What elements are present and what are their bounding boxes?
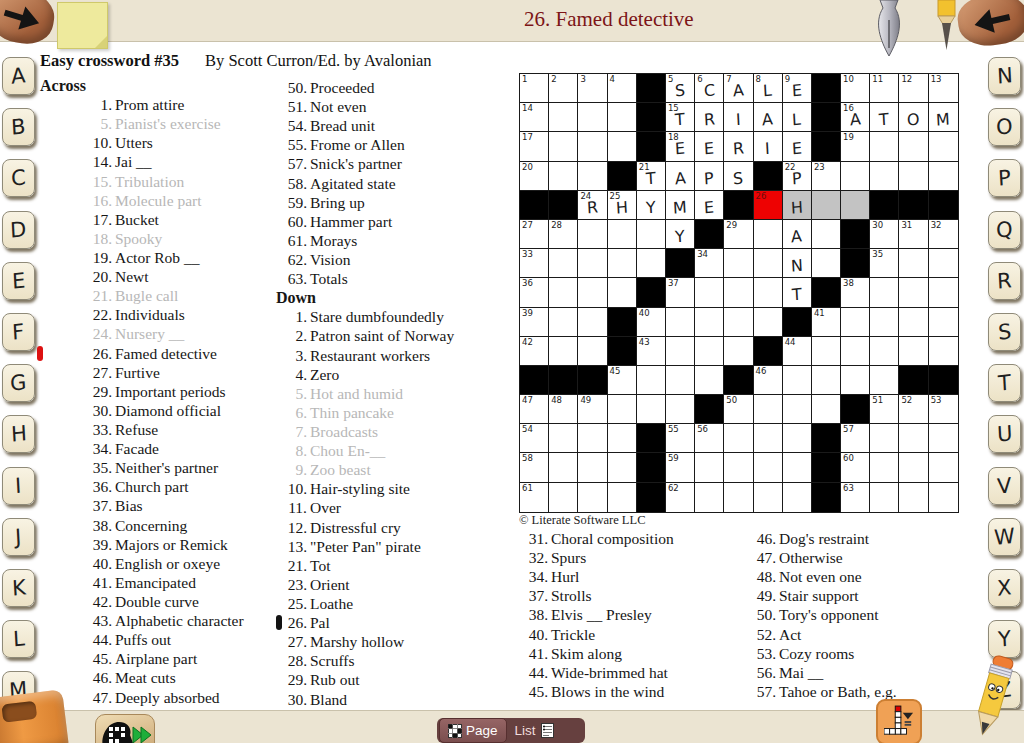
cell-r9c14[interactable] <box>899 308 928 337</box>
cell-r2c7[interactable]: R <box>695 103 724 132</box>
clue-34[interactable]: 34.Hurl <box>520 567 746 586</box>
cell-r12c15[interactable]: 53 <box>929 395 958 424</box>
cell-r12c8[interactable]: 50 <box>724 395 753 424</box>
cell-r11c6[interactable] <box>666 366 695 395</box>
clue-4[interactable]: 4.Zero <box>258 365 506 384</box>
cell-r10c8[interactable] <box>724 337 753 366</box>
cell-r11c9[interactable]: 46 <box>754 366 783 395</box>
cell-r8c6[interactable]: 37 <box>666 278 695 307</box>
clue-21[interactable]: 21.Tot <box>258 556 506 575</box>
cell-r15c10[interactable] <box>783 483 812 512</box>
cell-r7c9[interactable] <box>754 249 783 278</box>
clue-50[interactable]: 50.Proceeded <box>258 78 506 97</box>
letter-key-Q[interactable]: Q <box>988 211 1021 249</box>
cell-r1c10[interactable]: 9E <box>783 74 812 103</box>
cell-r11c10[interactable] <box>783 366 812 395</box>
cell-r13c1[interactable]: 54 <box>520 424 549 453</box>
cell-r9c2[interactable] <box>549 308 578 337</box>
cell-r3c12[interactable]: 19 <box>841 132 870 161</box>
clue-33[interactable]: 33.Refuse <box>36 420 282 439</box>
clue-28[interactable]: 28.Scruffs <box>258 651 506 670</box>
letter-key-U[interactable]: U <box>988 415 1021 453</box>
cell-r3c10[interactable]: E <box>783 132 812 161</box>
cell-r14c1[interactable]: 58 <box>520 453 549 482</box>
cell-r13c7[interactable]: 56 <box>695 424 724 453</box>
cell-r14c14[interactable] <box>899 453 928 482</box>
clue-9[interactable]: 9.Zoo beast <box>258 460 506 479</box>
letter-key-D[interactable]: D <box>2 211 35 249</box>
cell-r7c3[interactable] <box>578 249 607 278</box>
cell-r6c10[interactable]: A <box>783 220 812 249</box>
cell-r6c13[interactable]: 30 <box>870 220 899 249</box>
cell-r10c15[interactable] <box>929 337 958 366</box>
cell-r6c15[interactable]: 32 <box>929 220 958 249</box>
clue-42[interactable]: 42.Double curve <box>36 592 282 611</box>
cell-r6c4[interactable] <box>608 220 637 249</box>
cell-r1c12[interactable]: 10 <box>841 74 870 103</box>
cell-r15c14[interactable] <box>899 483 928 512</box>
clue-47[interactable]: 47.Deeply absorbed <box>36 688 282 707</box>
cell-r12c11[interactable] <box>812 395 841 424</box>
cell-r8c10[interactable]: T <box>783 278 812 307</box>
letter-key-W[interactable]: W <box>988 518 1021 556</box>
cell-r1c14[interactable]: 12 <box>899 74 928 103</box>
cell-r7c1[interactable]: 33 <box>520 249 549 278</box>
cell-r11c4[interactable]: 45 <box>608 366 637 395</box>
cell-r10c13[interactable] <box>870 337 899 366</box>
letter-key-P[interactable]: P <box>988 159 1021 197</box>
clue-14[interactable]: 14.Jai __ <box>36 152 282 171</box>
cell-r2c2[interactable] <box>549 103 578 132</box>
cell-r9c6[interactable] <box>666 308 695 337</box>
cell-r2c8[interactable]: I <box>724 103 753 132</box>
clue-26[interactable]: 26.Famed detective <box>36 344 282 363</box>
letter-key-J[interactable]: J <box>2 518 35 556</box>
cell-r2c12[interactable]: 16A <box>841 103 870 132</box>
cell-r4c14[interactable] <box>899 162 928 191</box>
cell-r3c3[interactable] <box>578 132 607 161</box>
cell-r11c13[interactable] <box>870 366 899 395</box>
cell-r8c15[interactable] <box>929 278 958 307</box>
cell-r4c10[interactable]: 22P <box>783 162 812 191</box>
cell-r15c8[interactable] <box>724 483 753 512</box>
cell-r14c10[interactable] <box>783 453 812 482</box>
cell-r9c12[interactable] <box>841 308 870 337</box>
cell-r8c9[interactable] <box>754 278 783 307</box>
clue-17[interactable]: 17.Bucket <box>36 210 282 229</box>
clue-12[interactable]: 12.Distressful cry <box>258 518 506 537</box>
cell-r2c3[interactable] <box>578 103 607 132</box>
letter-key-V[interactable]: V <box>988 467 1021 505</box>
clue-60[interactable]: 60.Hammer part <box>258 212 506 231</box>
clue-41[interactable]: 41.Emancipated <box>36 573 282 592</box>
cell-r15c2[interactable] <box>549 483 578 512</box>
cell-r8c14[interactable] <box>899 278 928 307</box>
crossword-tool-button[interactable] <box>876 699 922 743</box>
clue-30[interactable]: 30.Diamond official <box>36 401 282 420</box>
cell-r2c15[interactable]: M <box>929 103 958 132</box>
cell-r4c3[interactable] <box>578 162 607 191</box>
letter-key-G[interactable]: G <box>2 364 35 402</box>
cell-r6c6[interactable]: Y <box>666 220 695 249</box>
cell-r9c1[interactable]: 39 <box>520 308 549 337</box>
cell-r5c6[interactable]: M <box>666 191 695 220</box>
cell-r3c8[interactable]: R <box>724 132 753 161</box>
crossword-grid[interactable]: 12345S6C7A8L9E101112131415TRIAL16ATOM171… <box>519 73 959 513</box>
letter-key-O[interactable]: O <box>988 108 1021 146</box>
letter-key-K[interactable]: K <box>2 569 35 607</box>
letter-key-X[interactable]: X <box>988 569 1021 607</box>
cell-r9c8[interactable] <box>724 308 753 337</box>
clue-39[interactable]: 39.Majors or Remick <box>36 535 282 554</box>
clue-48[interactable]: 48.Not even one <box>748 567 980 586</box>
cell-r2c10[interactable]: L <box>783 103 812 132</box>
cell-r5c4[interactable]: 25H <box>608 191 637 220</box>
cell-r12c13[interactable]: 51 <box>870 395 899 424</box>
clue-53[interactable]: 53.Cozy rooms <box>748 644 980 663</box>
cell-r14c3[interactable] <box>578 453 607 482</box>
cell-r6c2[interactable]: 28 <box>549 220 578 249</box>
cell-r5c7[interactable]: E <box>695 191 724 220</box>
cell-r10c7[interactable] <box>695 337 724 366</box>
cell-r14c7[interactable] <box>695 453 724 482</box>
clue-2[interactable]: 2.Patron saint of Norway <box>258 326 506 345</box>
clue-51[interactable]: 51.Not even <box>258 97 506 116</box>
sticky-note-icon[interactable] <box>57 2 108 49</box>
clue-37[interactable]: 37.Strolls <box>520 586 746 605</box>
cell-r9c11[interactable]: 41 <box>812 308 841 337</box>
cell-r3c15[interactable] <box>929 132 958 161</box>
cell-r8c3[interactable] <box>578 278 607 307</box>
clue-20[interactable]: 20.Newt <box>36 267 282 286</box>
cell-r7c11[interactable] <box>812 249 841 278</box>
letter-key-B[interactable]: B <box>2 108 35 146</box>
clue-63[interactable]: 63.Totals <box>258 269 506 288</box>
cell-r10c10[interactable]: 44 <box>783 337 812 366</box>
clue-47[interactable]: 47.Otherwise <box>748 548 980 567</box>
cell-r13c8[interactable] <box>724 424 753 453</box>
letter-key-A[interactable]: A <box>2 57 35 95</box>
cell-r6c9[interactable] <box>754 220 783 249</box>
cell-r12c9[interactable] <box>754 395 783 424</box>
cell-r3c13[interactable] <box>870 132 899 161</box>
cell-r10c2[interactable] <box>549 337 578 366</box>
cell-r10c5[interactable]: 43 <box>637 337 666 366</box>
cell-r9c5[interactable]: 40 <box>637 308 666 337</box>
cell-r13c3[interactable] <box>578 424 607 453</box>
cell-r8c4[interactable] <box>608 278 637 307</box>
cell-r12c3[interactable]: 49 <box>578 395 607 424</box>
cell-r14c13[interactable] <box>870 453 899 482</box>
cell-r5c12[interactable] <box>841 191 870 220</box>
cell-r9c3[interactable] <box>578 308 607 337</box>
letter-key-C[interactable]: C <box>2 159 35 197</box>
cell-r13c14[interactable] <box>899 424 928 453</box>
page-view-button[interactable]: Page <box>439 718 507 743</box>
cell-r5c3[interactable]: 24R <box>578 191 607 220</box>
clue-55[interactable]: 55.Frome or Allen <box>258 135 506 154</box>
cell-r1c7[interactable]: 6C <box>695 74 724 103</box>
clue-45[interactable]: 45.Blows in the wind <box>520 682 746 701</box>
clue-27[interactable]: 27.Furtive <box>36 363 282 382</box>
clue-3[interactable]: 3.Restaurant workers <box>258 346 506 365</box>
clue-30[interactable]: 30.Bland <box>258 690 506 709</box>
clue-19[interactable]: 19.Actor Rob __ <box>36 248 282 267</box>
cell-r9c13[interactable] <box>870 308 899 337</box>
cell-r15c12[interactable]: 63 <box>841 483 870 512</box>
letter-key-N[interactable]: N <box>988 57 1021 95</box>
cell-r7c15[interactable] <box>929 249 958 278</box>
clue-38[interactable]: 38.Concerning <box>36 516 282 535</box>
cell-r12c4[interactable] <box>608 395 637 424</box>
cell-r14c4[interactable] <box>608 453 637 482</box>
cell-r2c14[interactable]: O <box>899 103 928 132</box>
cell-r1c15[interactable]: 13 <box>929 74 958 103</box>
cell-r4c13[interactable] <box>870 162 899 191</box>
cell-r5c10[interactable]: H <box>783 191 812 220</box>
letter-key-H[interactable]: H <box>2 415 35 453</box>
clue-22[interactable]: 22.Individuals <box>36 305 282 324</box>
cell-r8c7[interactable] <box>695 278 724 307</box>
cell-r13c13[interactable] <box>870 424 899 453</box>
cell-r7c10[interactable]: N <box>783 249 812 278</box>
clue-29[interactable]: 29.Important periods <box>36 382 282 401</box>
cell-r12c2[interactable]: 48 <box>549 395 578 424</box>
cell-r15c1[interactable]: 61 <box>520 483 549 512</box>
clue-34[interactable]: 34.Facade <box>36 439 282 458</box>
sharpener-icon[interactable] <box>0 689 69 743</box>
clue-54[interactable]: 54.Bread unit <box>258 116 506 135</box>
clue-44[interactable]: 44.Puffs out <box>36 630 282 649</box>
cell-r3c9[interactable]: I <box>754 132 783 161</box>
cell-r14c12[interactable]: 60 <box>841 453 870 482</box>
clue-43[interactable]: 43.Alphabetic character <box>36 611 282 630</box>
cell-r5c5[interactable]: Y <box>637 191 666 220</box>
cell-r15c3[interactable] <box>578 483 607 512</box>
cell-r8c2[interactable] <box>549 278 578 307</box>
cell-r3c1[interactable]: 17 <box>520 132 549 161</box>
clue-36[interactable]: 36.Church part <box>36 477 282 496</box>
clue-52[interactable]: 52.Act <box>748 625 980 644</box>
cell-r1c3[interactable]: 3 <box>578 74 607 103</box>
clue-37[interactable]: 37.Bias <box>36 496 282 515</box>
cell-r1c13[interactable]: 11 <box>870 74 899 103</box>
cell-r1c8[interactable]: 7A <box>724 74 753 103</box>
cell-r7c14[interactable] <box>899 249 928 278</box>
cell-r15c13[interactable] <box>870 483 899 512</box>
cell-r10c6[interactable] <box>666 337 695 366</box>
clue-46[interactable]: 46.Dog's restraint <box>748 529 980 548</box>
clue-1[interactable]: 1.Prom attire <box>36 95 282 114</box>
cell-r9c9[interactable] <box>754 308 783 337</box>
letter-key-I[interactable]: I <box>2 467 35 505</box>
cell-r2c4[interactable] <box>608 103 637 132</box>
cell-r3c7[interactable]: E <box>695 132 724 161</box>
cell-r4c8[interactable]: S <box>724 162 753 191</box>
cell-r4c15[interactable] <box>929 162 958 191</box>
clue-40[interactable]: 40.Trickle <box>520 625 746 644</box>
clue-46[interactable]: 46.Meat cuts <box>36 668 282 687</box>
cell-r12c5[interactable] <box>637 395 666 424</box>
cell-r6c1[interactable]: 27 <box>520 220 549 249</box>
cell-r11c5[interactable] <box>637 366 666 395</box>
clue-50[interactable]: 50.Tory's opponent <box>748 605 980 624</box>
cell-r14c6[interactable]: 59 <box>666 453 695 482</box>
cell-r13c12[interactable]: 57 <box>841 424 870 453</box>
pencil-mascot-icon[interactable] <box>964 646 1024 743</box>
cell-r10c1[interactable]: 42 <box>520 337 549 366</box>
clue-61[interactable]: 61.Morays <box>258 231 506 250</box>
cell-r1c2[interactable]: 2 <box>549 74 578 103</box>
cell-r15c7[interactable] <box>695 483 724 512</box>
letter-key-T[interactable]: T <box>988 364 1021 402</box>
clue-26[interactable]: 26.Pal <box>258 613 506 632</box>
cell-r8c1[interactable]: 36 <box>520 278 549 307</box>
cell-r7c7[interactable]: 34 <box>695 249 724 278</box>
clue-56[interactable]: 56.Mai __ <box>748 663 980 682</box>
cell-r6c5[interactable] <box>637 220 666 249</box>
cell-r12c10[interactable] <box>783 395 812 424</box>
letter-key-E[interactable]: E <box>2 262 35 300</box>
cell-r10c3[interactable] <box>578 337 607 366</box>
cell-r7c5[interactable] <box>637 249 666 278</box>
cell-r13c10[interactable] <box>783 424 812 453</box>
cell-r15c15[interactable] <box>929 483 958 512</box>
cell-r1c6[interactable]: 5S <box>666 74 695 103</box>
cell-r13c6[interactable]: 55 <box>666 424 695 453</box>
clue-1[interactable]: 1.Stare dumbfoundedly <box>258 307 506 326</box>
pen-nib-icon[interactable] <box>866 0 912 58</box>
letter-key-F[interactable]: F <box>2 313 35 351</box>
cell-r14c8[interactable] <box>724 453 753 482</box>
clue-10[interactable]: 10.Utters <box>36 133 282 152</box>
clue-8[interactable]: 8.Chou En-__ <box>258 441 506 460</box>
cell-r2c1[interactable]: 14 <box>520 103 549 132</box>
clue-16[interactable]: 16.Molecule part <box>36 191 282 210</box>
letter-key-S[interactable]: S <box>988 313 1021 351</box>
cell-r2c13[interactable]: T <box>870 103 899 132</box>
cell-r13c2[interactable] <box>549 424 578 453</box>
cell-r1c9[interactable]: 8L <box>754 74 783 103</box>
cell-r12c1[interactable]: 47 <box>520 395 549 424</box>
clue-29[interactable]: 29.Rub out <box>258 670 506 689</box>
clue-11[interactable]: 11.Over <box>258 498 506 517</box>
cell-r4c6[interactable]: A <box>666 162 695 191</box>
cell-r10c11[interactable] <box>812 337 841 366</box>
letter-key-L[interactable]: L <box>2 620 35 658</box>
cell-r13c9[interactable] <box>754 424 783 453</box>
clue-13[interactable]: 13."Peter Pan" pirate <box>258 537 506 556</box>
cell-r10c14[interactable] <box>899 337 928 366</box>
cell-r6c8[interactable]: 29 <box>724 220 753 249</box>
cell-r9c7[interactable] <box>695 308 724 337</box>
cell-r5c9[interactable]: 26 <box>754 191 783 220</box>
cell-r5c11[interactable] <box>812 191 841 220</box>
clue-40[interactable]: 40.English or oxeye <box>36 554 282 573</box>
cell-r15c9[interactable] <box>754 483 783 512</box>
cell-r12c6[interactable] <box>666 395 695 424</box>
cell-r3c14[interactable] <box>899 132 928 161</box>
clue-25[interactable]: 25.Loathe <box>258 594 506 613</box>
clue-59[interactable]: 59.Bring up <box>258 193 506 212</box>
clue-57[interactable]: 57.Tahoe or Bath, e.g. <box>748 682 980 701</box>
cell-r1c4[interactable]: 4 <box>608 74 637 103</box>
clue-44[interactable]: 44.Wide-brimmed hat <box>520 663 746 682</box>
cell-r15c6[interactable]: 62 <box>666 483 695 512</box>
cell-r11c7[interactable] <box>695 366 724 395</box>
cell-r8c8[interactable] <box>724 278 753 307</box>
cell-r7c4[interactable] <box>608 249 637 278</box>
cell-r11c12[interactable] <box>841 366 870 395</box>
clue-10[interactable]: 10.Hair-styling site <box>258 479 506 498</box>
clue-38[interactable]: 38.Elvis __ Presley <box>520 605 746 624</box>
clue-35[interactable]: 35.Neither's partner <box>36 458 282 477</box>
cell-r7c8[interactable] <box>724 249 753 278</box>
cell-r13c4[interactable] <box>608 424 637 453</box>
cell-r8c12[interactable]: 38 <box>841 278 870 307</box>
cell-r4c12[interactable] <box>841 162 870 191</box>
list-view-button[interactable]: List <box>507 723 562 738</box>
cell-r14c9[interactable] <box>754 453 783 482</box>
clue-15[interactable]: 15.Tribulation <box>36 172 282 191</box>
cell-r2c6[interactable]: 15T <box>666 103 695 132</box>
letter-key-R[interactable]: R <box>988 262 1021 300</box>
cell-r6c11[interactable] <box>812 220 841 249</box>
cell-r4c1[interactable]: 20 <box>520 162 549 191</box>
cell-r6c3[interactable] <box>578 220 607 249</box>
clue-41[interactable]: 41.Skim along <box>520 644 746 663</box>
cell-r14c2[interactable] <box>549 453 578 482</box>
cell-r3c2[interactable] <box>549 132 578 161</box>
clue-62[interactable]: 62.Vision <box>258 250 506 269</box>
clue-58[interactable]: 58.Agitated state <box>258 174 506 193</box>
cell-r9c15[interactable] <box>929 308 958 337</box>
cell-r12c14[interactable]: 52 <box>899 395 928 424</box>
cell-r11c11[interactable] <box>812 366 841 395</box>
clue-23[interactable]: 23.Orient <box>258 575 506 594</box>
cell-r4c11[interactable]: 23 <box>812 162 841 191</box>
clue-57[interactable]: 57.Snick's partner <box>258 154 506 173</box>
clue-45[interactable]: 45.Airplane part <box>36 649 282 668</box>
cell-r7c2[interactable] <box>549 249 578 278</box>
cell-r15c4[interactable] <box>608 483 637 512</box>
cell-r13c15[interactable] <box>929 424 958 453</box>
clue-32[interactable]: 32.Spurs <box>520 548 746 567</box>
clue-49[interactable]: 49.Stair support <box>748 586 980 605</box>
cell-r2c9[interactable]: A <box>754 103 783 132</box>
cell-r4c5[interactable]: 21T <box>637 162 666 191</box>
clue-24[interactable]: 24.Nursery __ <box>36 324 282 343</box>
cell-r8c13[interactable] <box>870 278 899 307</box>
clue-18[interactable]: 18.Spooky <box>36 229 282 248</box>
cell-r6c14[interactable]: 31 <box>899 220 928 249</box>
clue-7[interactable]: 7.Broadcasts <box>258 422 506 441</box>
clue-31[interactable]: 31.Choral composition <box>520 529 746 548</box>
cell-r3c4[interactable] <box>608 132 637 161</box>
cell-r4c7[interactable]: P <box>695 162 724 191</box>
solve-hint-button[interactable] <box>95 714 155 743</box>
clue-6[interactable]: 6.Thin pancake <box>258 403 506 422</box>
clue-27[interactable]: 27.Marshy hollow <box>258 632 506 651</box>
cell-r10c12[interactable] <box>841 337 870 366</box>
clue-5[interactable]: 5.Pianist's exercise <box>36 114 282 133</box>
clue-5[interactable]: 5.Hot and humid <box>258 384 506 403</box>
cell-r1c1[interactable]: 1 <box>520 74 549 103</box>
cell-r7c13[interactable]: 35 <box>870 249 899 278</box>
cell-r3c6[interactable]: 18E <box>666 132 695 161</box>
clue-21[interactable]: 21.Bugle call <box>36 286 282 305</box>
cell-r4c2[interactable] <box>549 162 578 191</box>
